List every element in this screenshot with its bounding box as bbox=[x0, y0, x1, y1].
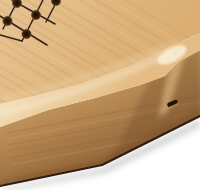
peg-hole[interactable] bbox=[22, 29, 31, 38]
wooden-peg-board-corner-photo bbox=[0, 0, 200, 190]
board-photo-scene bbox=[0, 0, 200, 190]
peg-hole[interactable] bbox=[31, 10, 40, 19]
peg-hole[interactable] bbox=[12, 0, 21, 8]
peg-hole[interactable] bbox=[3, 16, 12, 25]
